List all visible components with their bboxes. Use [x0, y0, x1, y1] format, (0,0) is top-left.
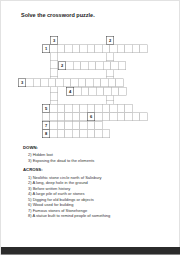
across-clue-8: 8) A statue built to remind people of so…: [28, 213, 110, 219]
down-header: DOWN:: [23, 145, 94, 150]
grid-cell[interactable]: [118, 62, 126, 71]
across-clue-list: 1) Neolithic stone circle north of Salis…: [23, 175, 110, 219]
across-6-word-strip: 6: [42, 113, 148, 122]
across-5-word-strip: 5: [42, 104, 133, 113]
across-4-word-strip: 4: [66, 87, 127, 96]
across-7-word-strip: 7: [42, 121, 103, 130]
numbered-cell[interactable]: 8: [42, 130, 50, 139]
grid-cell[interactable]: [116, 79, 124, 88]
numbered-cell[interactable]: 2: [58, 62, 66, 71]
numbered-cell[interactable]: 3: [18, 79, 26, 88]
across-clues-section: ACROSS: 1) Neolithic stone circle north …: [23, 167, 110, 219]
grid-cell[interactable]: [119, 87, 127, 96]
numbered-cell[interactable]: 6: [87, 113, 95, 122]
numbered-cell[interactable]: 4: [66, 87, 74, 96]
grid-cell[interactable]: [140, 113, 148, 122]
down-clue-3: 3) Exposing the dead to the elements: [28, 158, 94, 164]
grid-cell[interactable]: [125, 104, 133, 113]
numbered-cell[interactable]: 5: [42, 104, 50, 113]
grid-cell[interactable]: [140, 45, 148, 54]
across-header: ACROSS:: [23, 167, 110, 172]
across-1-word-strip: 1: [42, 45, 148, 54]
down-clues-section: DOWN: 2) Hidden loot3) Exposing the dead…: [23, 145, 94, 164]
numbered-cell[interactable]: 2: [106, 36, 114, 45]
across-8-word-strip: 8: [42, 130, 110, 139]
down-clue-list: 2) Hidden loot3) Exposing the dead to th…: [23, 152, 94, 163]
grid-cell[interactable]: [102, 130, 110, 139]
scan-edge-bar: [1, 247, 180, 255]
across-2-word-strip: 2: [58, 62, 126, 71]
numbered-cell[interactable]: 3: [50, 36, 58, 45]
page-title: Solve the crossword puzzle.: [21, 12, 95, 18]
numbered-cell[interactable]: 1: [42, 45, 50, 54]
grid-cell[interactable]: [95, 121, 103, 130]
numbered-cell[interactable]: 7: [42, 121, 50, 130]
across-3-word-strip: 3: [18, 79, 124, 88]
worksheet-page: Solve the crossword puzzle. 3212345678 D…: [0, 0, 180, 255]
